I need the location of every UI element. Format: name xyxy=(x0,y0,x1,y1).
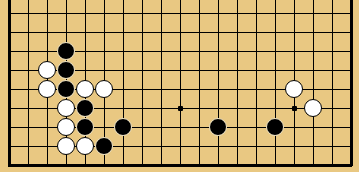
stone-white-f5[interactable] xyxy=(95,80,113,98)
stone-white-d3[interactable] xyxy=(57,118,75,136)
stone-white-q5[interactable] xyxy=(285,80,303,98)
hoshi-q4 xyxy=(292,106,297,111)
stone-white-d2[interactable] xyxy=(57,137,75,155)
grid-line-vertical-1 xyxy=(8,0,11,166)
grid-line-horizontal-row-8 xyxy=(8,32,352,33)
stone-white-e2[interactable] xyxy=(76,137,94,155)
hoshi-k4 xyxy=(178,106,183,111)
stone-white-e5[interactable] xyxy=(76,80,94,98)
stone-black-d7[interactable] xyxy=(57,42,75,60)
grid-line-vertical-10 xyxy=(180,0,181,166)
grid-line-vertical-11 xyxy=(199,0,200,166)
grid-line-horizontal-row-1 xyxy=(8,164,352,167)
stone-black-d6[interactable] xyxy=(57,61,75,79)
stone-black-d5[interactable] xyxy=(57,80,75,98)
stone-white-c5[interactable] xyxy=(38,80,56,98)
grid-line-vertical-7 xyxy=(123,0,124,166)
grid-line-vertical-14 xyxy=(256,0,257,166)
stone-black-e3[interactable] xyxy=(76,118,94,136)
stone-black-e4[interactable] xyxy=(76,99,94,117)
grid-line-vertical-18 xyxy=(332,0,333,166)
stone-white-c6[interactable] xyxy=(38,61,56,79)
grid-line-vertical-13 xyxy=(237,0,238,166)
go-board[interactable] xyxy=(0,0,359,172)
grid-line-vertical-15 xyxy=(275,0,276,166)
grid-line-vertical-2 xyxy=(28,0,29,166)
stone-white-d4[interactable] xyxy=(57,99,75,117)
stone-black-g3[interactable] xyxy=(114,118,132,136)
grid-line-vertical-9 xyxy=(161,0,162,166)
grid-line-vertical-19 xyxy=(350,0,353,166)
stone-white-r4[interactable] xyxy=(304,99,322,117)
stone-black-f2[interactable] xyxy=(95,137,113,155)
stone-black-m3[interactable] xyxy=(209,118,227,136)
stone-black-p3[interactable] xyxy=(266,118,284,136)
grid-line-vertical-8 xyxy=(142,0,143,166)
grid-line-horizontal-row-9 xyxy=(8,13,352,14)
grid-line-vertical-12 xyxy=(218,0,219,166)
grid-line-vertical-17 xyxy=(313,0,314,166)
